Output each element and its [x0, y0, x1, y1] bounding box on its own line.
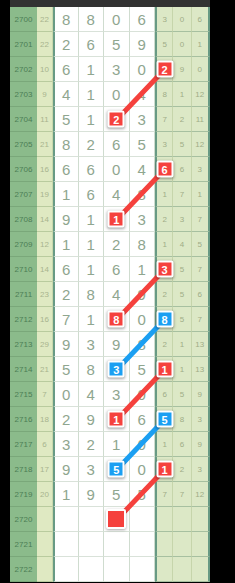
digit-cell-3: 8	[104, 307, 130, 332]
stat-cell-2: 0	[173, 32, 191, 57]
sum-cell: 14	[37, 257, 53, 282]
sum-cell: 29	[37, 332, 53, 357]
stat-cell-3: 13	[192, 332, 210, 357]
stat-cell-2: 1	[173, 82, 191, 107]
draw-row-2702: 2702106130290	[10, 57, 210, 82]
digit-cell-2: 3	[79, 332, 105, 357]
sum-cell: 20	[37, 482, 53, 507]
digit-cell-1: 2	[53, 32, 79, 57]
highlight-red-square: 8	[108, 311, 125, 328]
stat-cell-1: 5	[155, 407, 173, 432]
stat-cell-1: 3	[155, 257, 173, 282]
digit-cell-2: 3	[79, 457, 105, 482]
stat-cell-3	[192, 507, 210, 532]
digit-cell-3	[104, 532, 130, 557]
issue-cell: 2719	[10, 482, 37, 507]
stat-cell-3: 9	[192, 432, 210, 457]
stat-cell-1: 1	[155, 182, 173, 207]
sum-cell: 16	[37, 307, 53, 332]
digit-cell-1: 8	[53, 132, 79, 157]
stat-cell-1: 3	[155, 132, 173, 157]
digit-cell-2	[79, 507, 105, 532]
issue-cell: 2714	[10, 357, 37, 382]
stat-cell-1: 1	[155, 232, 173, 257]
highlight-red-square: 3	[156, 261, 173, 278]
stat-cell-3: 1	[192, 32, 210, 57]
digit-cell-3: 4	[104, 282, 130, 307]
digit-cell-1: 9	[53, 207, 79, 232]
digit-cell-3: 9	[104, 332, 130, 357]
stat-cell-3: 3	[192, 157, 210, 182]
sum-cell: 14	[37, 207, 53, 232]
stat-cell-2: 6	[173, 432, 191, 457]
digit-cell-2: 1	[79, 82, 105, 107]
stat-cell-1: 2	[155, 57, 173, 82]
digit-cell-3: 1	[104, 407, 130, 432]
digit-cell-2: 4	[79, 382, 105, 407]
stat-cell-2: 1	[173, 332, 191, 357]
digit-cell-4	[130, 557, 156, 582]
highlight-blue-square: 3	[108, 361, 125, 378]
issue-cell: 2718	[10, 457, 37, 482]
stat-cell-2: 3	[173, 207, 191, 232]
digit-cell-1	[53, 557, 79, 582]
stat-cell-3	[192, 532, 210, 557]
issue-cell: 2702	[10, 57, 37, 82]
top-dark-bar	[10, 0, 210, 7]
stat-cell-2: 7	[173, 482, 191, 507]
stat-cell-1: 8	[155, 82, 173, 107]
stat-cell-1: 1	[155, 457, 173, 482]
digit-cell-1: 6	[53, 57, 79, 82]
sum-cell: 9	[37, 82, 53, 107]
digit-cell-1: 2	[53, 407, 79, 432]
issue-cell: 2704	[10, 107, 37, 132]
sum-cell	[37, 557, 53, 582]
digit-cell-1: 1	[53, 232, 79, 257]
lottery-trend-chart-screen: 2700228806306270122265950127021061302902…	[0, 0, 235, 583]
draw-row-2710: 2710146161357	[10, 257, 210, 282]
issue-cell: 2720	[10, 507, 37, 532]
issue-cell: 2709	[10, 232, 37, 257]
digit-cell-4: 5	[130, 132, 156, 157]
sum-cell	[37, 507, 53, 532]
digit-cell-2: 1	[79, 207, 105, 232]
highlight-red-square: 1	[156, 461, 173, 478]
digit-cell-1: 3	[53, 432, 79, 457]
stat-cell-1: 7	[155, 107, 173, 132]
digit-cell-1: 5	[53, 357, 79, 382]
digit-cell-3: 0	[104, 157, 130, 182]
stat-cell-2: 7	[173, 182, 191, 207]
issue-cell: 2703	[10, 82, 37, 107]
sum-cell: 10	[37, 57, 53, 82]
stat-cell-1: 5	[155, 32, 173, 57]
digit-cell-1: 6	[53, 157, 79, 182]
digit-cell-3: 2	[104, 107, 130, 132]
draw-row-2704: 27041151237211	[10, 107, 210, 132]
digit-cell-4: 3	[130, 107, 156, 132]
stat-cell-1	[155, 557, 173, 582]
draw-row-2706: 2706166604663	[10, 157, 210, 182]
stat-cell-2: 1	[173, 357, 191, 382]
digit-cell-3: 1	[104, 207, 130, 232]
digit-cell-4: 9	[130, 32, 156, 57]
digit-cell-3: 3	[104, 382, 130, 407]
digit-cell-3: 5	[104, 482, 130, 507]
stat-cell-3: 5	[192, 232, 210, 257]
issue-cell: 2705	[10, 132, 37, 157]
digit-cell-2: 8	[79, 282, 105, 307]
sum-cell: 6	[37, 432, 53, 457]
sum-cell: 16	[37, 157, 53, 182]
digit-cell-3: 1	[104, 432, 130, 457]
highlight-blue-square: 8	[156, 311, 173, 328]
digit-cell-4: 0	[130, 457, 156, 482]
issue-cell: 2717	[10, 432, 37, 457]
digit-cell-4: 9	[130, 282, 156, 307]
stat-cell-3: 3	[192, 407, 210, 432]
stat-cell-3: 3	[192, 457, 210, 482]
digit-cell-4: 0	[130, 382, 156, 407]
stat-cell-3: 9	[192, 382, 210, 407]
stat-cell-3: 12	[192, 82, 210, 107]
issue-cell: 2712	[10, 307, 37, 332]
digit-cell-4: 8	[130, 232, 156, 257]
stat-cell-1: 6	[155, 382, 173, 407]
draw-row-2720: 2720	[10, 507, 210, 532]
issue-cell: 2700	[10, 7, 37, 32]
digit-cell-1: 9	[53, 457, 79, 482]
stat-cell-1: 2	[155, 332, 173, 357]
issue-cell: 2711	[10, 282, 37, 307]
sum-cell: 19	[37, 182, 53, 207]
highlight-red-square: 1	[108, 411, 125, 428]
highlight-red-square: 6	[156, 161, 173, 178]
digit-cell-4: 6	[130, 407, 156, 432]
digit-cell-2	[79, 557, 105, 582]
sum-cell: 22	[37, 32, 53, 57]
digit-cell-3: 6	[104, 257, 130, 282]
highlight-red-square: 1	[108, 211, 125, 228]
draw-row-2714: 27142158351113	[10, 357, 210, 382]
digit-cell-2: 2	[79, 432, 105, 457]
digit-cell-3: 6	[104, 132, 130, 157]
digit-cell-1	[53, 532, 79, 557]
digit-cell-4: 8	[130, 182, 156, 207]
highlight-red-square: 2	[156, 61, 173, 78]
stat-cell-3: 7	[192, 307, 210, 332]
draw-row-2709: 2709121128145	[10, 232, 210, 257]
sum-cell: 12	[37, 232, 53, 257]
digit-cell-4: 0	[130, 57, 156, 82]
sum-cell: 21	[37, 132, 53, 157]
draw-row-2716: 2716182916583	[10, 407, 210, 432]
stat-cell-1: 7	[155, 482, 173, 507]
stat-cell-3: 12	[192, 482, 210, 507]
stat-cell-1	[155, 532, 173, 557]
draw-row-2719: 27192019557712	[10, 482, 210, 507]
digit-cell-2: 1	[79, 307, 105, 332]
digit-cell-3: 5	[104, 32, 130, 57]
digit-cell-1: 6	[53, 257, 79, 282]
digit-cell-2: 9	[79, 407, 105, 432]
digit-cell-2: 8	[79, 357, 105, 382]
stat-cell-2	[173, 532, 191, 557]
draw-row-2718: 2718179350123	[10, 457, 210, 482]
draw-row-2713: 27132993982113	[10, 332, 210, 357]
sum-cell: 11	[37, 107, 53, 132]
issue-cell: 2722	[10, 557, 37, 582]
stat-cell-1: 3	[155, 7, 173, 32]
stat-cell-2: 5	[173, 382, 191, 407]
stat-cell-2: 0	[173, 7, 191, 32]
digit-cell-3	[104, 557, 130, 582]
stat-cell-1: 2	[155, 207, 173, 232]
digit-cell-1: 2	[53, 282, 79, 307]
digit-cell-3: 5	[104, 457, 130, 482]
digit-cell-2: 1	[79, 57, 105, 82]
sum-cell: 22	[37, 7, 53, 32]
stat-cell-2: 2	[173, 457, 191, 482]
digit-cell-3: 3	[104, 57, 130, 82]
draw-row-2708: 2708149113237	[10, 207, 210, 232]
sum-cell: 21	[37, 357, 53, 382]
stat-cell-2: 5	[173, 282, 191, 307]
stat-cell-2: 5	[173, 257, 191, 282]
digit-cell-4: 4	[130, 82, 156, 107]
digit-cell-2: 1	[79, 257, 105, 282]
draw-row-2712: 2712167180857	[10, 307, 210, 332]
highlight-blue-square: 5	[108, 461, 125, 478]
issue-cell: 2721	[10, 532, 37, 557]
digit-cell-4: 5	[130, 482, 156, 507]
stat-cell-3	[192, 557, 210, 582]
stat-cell-3: 6	[192, 282, 210, 307]
digit-cell-2: 8	[79, 7, 105, 32]
digit-cell-3	[104, 507, 130, 532]
stat-cell-2: 5	[173, 307, 191, 332]
stat-cell-1	[155, 507, 173, 532]
sum-cell: 17	[37, 457, 53, 482]
highlight-red-square	[106, 509, 126, 529]
issue-cell: 2708	[10, 207, 37, 232]
sum-cell: 18	[37, 407, 53, 432]
draw-row-2700: 2700228806306	[10, 7, 210, 32]
stat-cell-2: 4	[173, 232, 191, 257]
digit-cell-4: 8	[130, 332, 156, 357]
digit-cell-1: 0	[53, 382, 79, 407]
issue-cell: 2707	[10, 182, 37, 207]
issue-cell: 2716	[10, 407, 37, 432]
highlight-red-square: 1	[156, 361, 173, 378]
digit-cell-2: 1	[79, 232, 105, 257]
digit-cell-3: 0	[104, 7, 130, 32]
issue-cell: 2701	[10, 32, 37, 57]
highlight-blue-square: 5	[156, 411, 173, 428]
stat-cell-1: 8	[155, 307, 173, 332]
digit-cell-4	[130, 507, 156, 532]
stat-cell-1: 1	[155, 432, 173, 457]
issue-cell: 2706	[10, 157, 37, 182]
sum-cell: 23	[37, 282, 53, 307]
draw-row-2721: 2721	[10, 532, 210, 557]
digit-cell-2: 6	[79, 182, 105, 207]
digit-cell-2: 6	[79, 157, 105, 182]
stat-cell-3: 6	[192, 7, 210, 32]
stat-cell-3: 0	[192, 57, 210, 82]
digit-cell-1: 9	[53, 332, 79, 357]
stat-cell-2: 9	[173, 57, 191, 82]
stat-cell-3: 11	[192, 107, 210, 132]
digit-cell-2: 1	[79, 107, 105, 132]
stat-cell-3: 7	[192, 207, 210, 232]
stat-cell-2: 2	[173, 107, 191, 132]
digit-cell-2: 6	[79, 32, 105, 57]
digit-cell-1: 8	[53, 7, 79, 32]
digit-cell-4: 0	[130, 307, 156, 332]
digit-cell-3: 4	[104, 182, 130, 207]
issue-cell: 2715	[10, 382, 37, 407]
sum-cell	[37, 532, 53, 557]
digit-cell-4: 4	[130, 157, 156, 182]
digit-cell-4: 5	[130, 357, 156, 382]
stat-cell-3: 13	[192, 357, 210, 382]
highlight-red-square: 2	[108, 111, 125, 128]
trend-chart-grid: 2700228806306270122265950127021061302902…	[10, 7, 210, 582]
digit-cell-1: 1	[53, 482, 79, 507]
draw-row-2701: 2701222659501	[10, 32, 210, 57]
stat-cell-3: 7	[192, 257, 210, 282]
issue-cell: 2713	[10, 332, 37, 357]
stat-cell-2: 5	[173, 132, 191, 157]
digit-cell-2	[79, 532, 105, 557]
draw-row-2707: 2707191648171	[10, 182, 210, 207]
stat-cell-3: 12	[192, 132, 210, 157]
digit-cell-3: 0	[104, 82, 130, 107]
digit-cell-3: 3	[104, 357, 130, 382]
stat-cell-2	[173, 507, 191, 532]
digit-cell-1	[53, 507, 79, 532]
digit-cell-2: 9	[79, 482, 105, 507]
digit-cell-4	[130, 532, 156, 557]
draw-row-2705: 27052182653512	[10, 132, 210, 157]
digit-cell-1: 7	[53, 307, 79, 332]
draw-row-2715: 271570430659	[10, 382, 210, 407]
draw-row-2703: 2703941048112	[10, 82, 210, 107]
stat-cell-3: 1	[192, 182, 210, 207]
draw-row-2717: 271763210169	[10, 432, 210, 457]
stat-cell-2	[173, 557, 191, 582]
digit-cell-2: 2	[79, 132, 105, 157]
digit-cell-4: 3	[130, 207, 156, 232]
draw-row-2722: 2722	[10, 557, 210, 582]
stat-cell-2: 8	[173, 407, 191, 432]
stat-cell-2: 6	[173, 157, 191, 182]
stat-cell-1: 6	[155, 157, 173, 182]
digit-cell-3: 2	[104, 232, 130, 257]
chart-rows: 2700228806306270122265950127021061302902…	[10, 7, 210, 582]
digit-cell-1: 5	[53, 107, 79, 132]
draw-row-2711: 2711232849256	[10, 282, 210, 307]
digit-cell-1: 4	[53, 82, 79, 107]
digit-cell-1: 1	[53, 182, 79, 207]
digit-cell-4: 6	[130, 7, 156, 32]
digit-cell-4: 0	[130, 432, 156, 457]
stat-cell-1: 1	[155, 357, 173, 382]
digit-cell-4: 1	[130, 257, 156, 282]
stat-cell-1: 2	[155, 282, 173, 307]
issue-cell: 2710	[10, 257, 37, 282]
sum-cell: 7	[37, 382, 53, 407]
